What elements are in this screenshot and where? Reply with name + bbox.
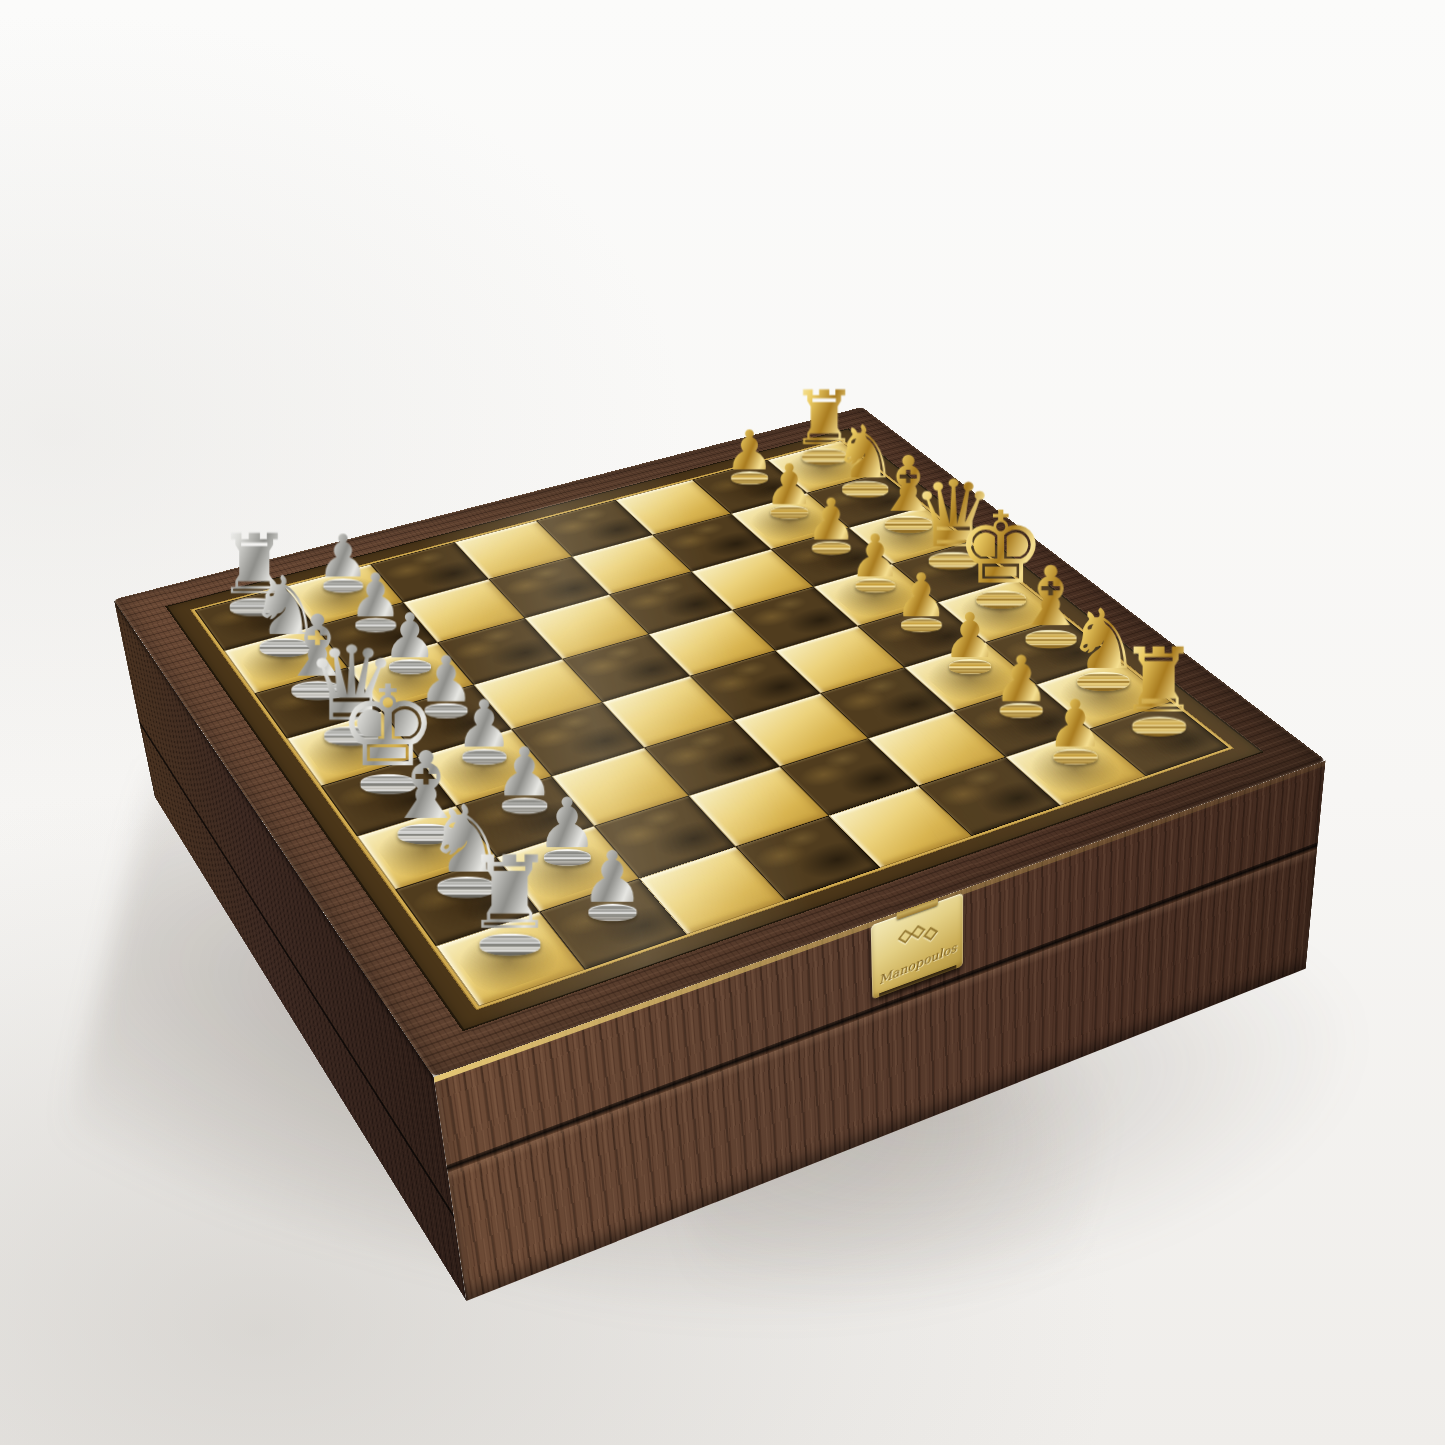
piece-glyph: ♟ [942, 607, 998, 664]
piece-glyph: ♟ [1046, 694, 1105, 754]
piece-base [731, 471, 768, 484]
perspective-stage: ♜♟♟♜♞♟♟♞♝♟♟♝♛♟♟♛♚♟♟♚♝♟♟♝♞♟♟♞♜♟♟♜ Manopou… [0, 0, 1445, 1445]
piece-base [1000, 703, 1043, 718]
chess-piece-gold-R[interactable]: ♜ [1119, 640, 1199, 737]
chess-piece-gold-P[interactable]: ♟ [1046, 694, 1105, 765]
piece-base [1132, 717, 1186, 737]
chess-piece-silver-R[interactable]: ♜ [464, 847, 554, 956]
logo-diamond-icon [910, 925, 925, 939]
chess-piece-gold-P[interactable]: ♟ [993, 649, 1050, 718]
piece-base [770, 505, 808, 519]
piece-base [588, 904, 636, 921]
chess-piece-gold-P[interactable]: ♟ [894, 567, 948, 632]
piece-glyph: ♜ [464, 847, 554, 940]
piece-base [901, 618, 942, 633]
chess-case: ♜♟♟♜♞♟♟♞♝♟♟♝♛♟♟♛♚♟♟♚♝♟♟♝♞♟♟♞♜♟♟♜ Manopou… [114, 407, 1326, 1077]
chess-piece-silver-P[interactable]: ♟ [580, 844, 644, 921]
piece-base [1053, 749, 1097, 765]
piece-base [855, 578, 895, 592]
piece-glyph: ♟ [580, 844, 644, 910]
piece-glyph: ♟ [894, 567, 948, 623]
piece-base [812, 541, 851, 555]
piece-glyph: ♜ [1119, 640, 1199, 722]
chess-piece-gold-P[interactable]: ♟ [942, 607, 998, 674]
product-photo-scene: ♜♟♟♜♞♟♟♞♝♟♟♝♛♟♟♛♚♟♟♚♝♟♟♝♞♟♟♞♜♟♟♜ Manopou… [0, 0, 1445, 1445]
piece-base [949, 659, 991, 674]
piece-glyph: ♟ [993, 649, 1050, 708]
logo-diamond-icon [897, 930, 912, 944]
piece-base [479, 934, 540, 956]
